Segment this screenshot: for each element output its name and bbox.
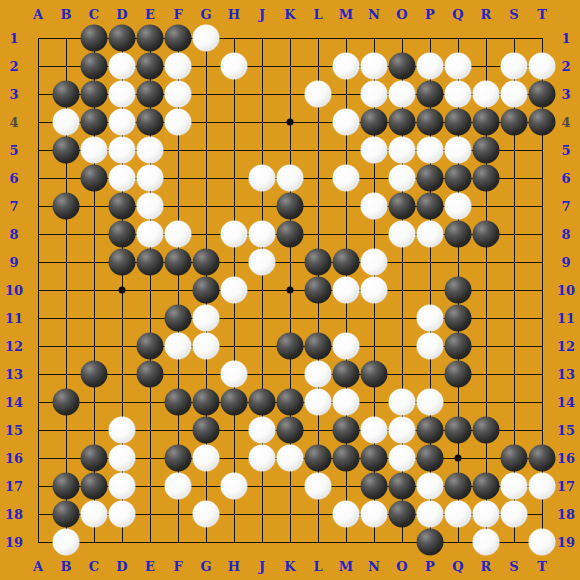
white-stone (417, 305, 444, 332)
black-stone (333, 361, 360, 388)
black-stone (333, 445, 360, 472)
black-stone (305, 445, 332, 472)
black-stone (137, 109, 164, 136)
white-stone (529, 473, 556, 500)
black-stone (473, 221, 500, 248)
black-stone (305, 333, 332, 360)
black-stone (137, 249, 164, 276)
white-stone (109, 165, 136, 192)
white-stone (361, 249, 388, 276)
row-label-left: 4 (9, 115, 18, 130)
black-stone (277, 193, 304, 220)
star-point (119, 287, 126, 294)
black-stone (445, 417, 472, 444)
white-stone (389, 389, 416, 416)
black-stone (137, 333, 164, 360)
white-stone (473, 529, 500, 556)
column-label-top: N (368, 7, 380, 22)
column-label-top: A (33, 7, 43, 22)
black-stone (53, 473, 80, 500)
white-stone (333, 333, 360, 360)
column-label-top: F (173, 7, 182, 22)
white-stone (445, 81, 472, 108)
row-label-right: 13 (557, 367, 575, 382)
black-stone (193, 277, 220, 304)
white-stone (165, 81, 192, 108)
black-stone (53, 389, 80, 416)
black-stone (277, 389, 304, 416)
white-stone (109, 501, 136, 528)
white-stone (333, 53, 360, 80)
column-label-bottom: E (145, 559, 155, 574)
white-stone (305, 361, 332, 388)
row-label-left: 3 (9, 87, 18, 102)
white-stone (165, 473, 192, 500)
black-stone (445, 361, 472, 388)
column-label-bottom: K (284, 559, 295, 574)
star-point (287, 119, 294, 126)
black-stone (445, 473, 472, 500)
white-stone (221, 221, 248, 248)
black-stone (81, 361, 108, 388)
column-label-bottom: F (173, 559, 182, 574)
black-stone (445, 165, 472, 192)
row-label-right: 4 (561, 115, 570, 130)
black-stone (81, 445, 108, 472)
black-stone (81, 25, 108, 52)
black-stone (81, 81, 108, 108)
white-stone (193, 305, 220, 332)
white-stone (417, 473, 444, 500)
black-stone (529, 81, 556, 108)
black-stone (305, 277, 332, 304)
white-stone (137, 221, 164, 248)
black-stone (165, 389, 192, 416)
black-stone (417, 193, 444, 220)
column-label-top: H (228, 7, 240, 22)
black-stone (81, 165, 108, 192)
white-stone (417, 501, 444, 528)
row-label-right: 11 (557, 311, 575, 326)
white-stone (137, 165, 164, 192)
white-stone (417, 137, 444, 164)
row-label-left: 19 (5, 535, 23, 550)
row-label-right: 5 (561, 143, 570, 158)
white-stone (361, 277, 388, 304)
row-label-right: 7 (561, 199, 570, 214)
black-stone (501, 109, 528, 136)
column-label-top: B (61, 7, 72, 22)
black-stone (389, 53, 416, 80)
row-label-right: 16 (557, 451, 575, 466)
black-stone (389, 473, 416, 500)
black-stone (445, 277, 472, 304)
row-label-left: 12 (5, 339, 23, 354)
white-stone (305, 81, 332, 108)
white-stone (389, 221, 416, 248)
column-label-top: L (313, 7, 322, 22)
black-stone (473, 137, 500, 164)
star-point (287, 287, 294, 294)
white-stone (165, 333, 192, 360)
white-stone (473, 501, 500, 528)
black-stone (529, 109, 556, 136)
column-label-bottom: M (339, 559, 353, 574)
column-label-bottom: C (89, 559, 99, 574)
column-label-top: E (145, 7, 155, 22)
black-stone (109, 193, 136, 220)
column-label-top: T (537, 7, 547, 22)
row-label-left: 13 (5, 367, 23, 382)
black-stone (277, 417, 304, 444)
white-stone (361, 137, 388, 164)
column-label-bottom: T (537, 559, 547, 574)
white-stone (81, 137, 108, 164)
white-stone (249, 417, 276, 444)
black-stone (109, 249, 136, 276)
black-stone (165, 305, 192, 332)
black-stone (109, 221, 136, 248)
column-label-bottom: A (33, 559, 43, 574)
white-stone (193, 445, 220, 472)
black-stone (417, 529, 444, 556)
black-stone (417, 165, 444, 192)
black-stone (53, 193, 80, 220)
column-label-top: P (425, 7, 435, 22)
white-stone (305, 473, 332, 500)
white-stone (333, 501, 360, 528)
row-label-left: 6 (9, 171, 18, 186)
black-stone (445, 305, 472, 332)
column-label-top: D (116, 7, 127, 22)
black-stone (417, 417, 444, 444)
row-label-right: 3 (561, 87, 570, 102)
black-stone (137, 361, 164, 388)
black-stone (389, 501, 416, 528)
black-stone (529, 445, 556, 472)
row-label-right: 2 (561, 59, 570, 74)
white-stone (109, 109, 136, 136)
white-stone (361, 193, 388, 220)
column-label-bottom: P (425, 559, 435, 574)
column-label-top: O (396, 7, 407, 22)
black-stone (417, 109, 444, 136)
row-label-right: 1 (561, 31, 570, 46)
column-label-bottom: H (228, 559, 240, 574)
row-label-right: 8 (561, 227, 570, 242)
white-stone (361, 417, 388, 444)
white-stone (445, 193, 472, 220)
black-stone (445, 221, 472, 248)
white-stone (277, 445, 304, 472)
white-stone (501, 81, 528, 108)
white-stone (501, 53, 528, 80)
black-stone (53, 137, 80, 164)
row-label-right: 12 (557, 339, 575, 354)
black-stone (53, 81, 80, 108)
white-stone (221, 361, 248, 388)
black-stone (81, 53, 108, 80)
white-stone (417, 221, 444, 248)
row-label-left: 14 (5, 395, 23, 410)
column-label-top: J (259, 7, 265, 22)
row-label-right: 18 (557, 507, 575, 522)
column-label-bottom: B (61, 559, 72, 574)
row-label-left: 10 (5, 283, 23, 298)
row-label-left: 8 (9, 227, 18, 242)
white-stone (53, 109, 80, 136)
row-label-right: 9 (561, 255, 570, 270)
black-stone (389, 109, 416, 136)
white-stone (389, 417, 416, 444)
row-label-right: 15 (557, 423, 575, 438)
white-stone (249, 249, 276, 276)
black-stone (221, 389, 248, 416)
row-label-left: 16 (5, 451, 23, 466)
white-stone (501, 501, 528, 528)
white-stone (333, 109, 360, 136)
white-stone (389, 445, 416, 472)
column-label-top: Q (452, 7, 463, 22)
row-label-right: 10 (557, 283, 575, 298)
black-stone (193, 389, 220, 416)
column-label-top: S (509, 7, 518, 22)
white-stone (417, 333, 444, 360)
white-stone (501, 473, 528, 500)
black-stone (165, 445, 192, 472)
black-stone (277, 333, 304, 360)
white-stone (193, 25, 220, 52)
white-stone (361, 501, 388, 528)
white-stone (445, 53, 472, 80)
white-stone (389, 137, 416, 164)
white-stone (53, 529, 80, 556)
black-stone (53, 501, 80, 528)
white-stone (305, 389, 332, 416)
white-stone (361, 81, 388, 108)
white-stone (249, 165, 276, 192)
white-stone (165, 221, 192, 248)
black-stone (333, 249, 360, 276)
white-stone (137, 137, 164, 164)
black-stone (277, 221, 304, 248)
black-stone (473, 165, 500, 192)
white-stone (137, 193, 164, 220)
white-stone (193, 333, 220, 360)
black-stone (361, 109, 388, 136)
white-stone (473, 81, 500, 108)
row-label-left: 17 (5, 479, 23, 494)
black-stone (361, 361, 388, 388)
black-stone (109, 25, 136, 52)
white-stone (109, 81, 136, 108)
white-stone (529, 529, 556, 556)
black-stone (417, 81, 444, 108)
column-label-bottom: D (116, 559, 127, 574)
black-stone (333, 417, 360, 444)
column-label-bottom: S (509, 559, 518, 574)
column-label-bottom: L (313, 559, 322, 574)
black-stone (361, 445, 388, 472)
column-label-top: R (481, 7, 492, 22)
white-stone (333, 165, 360, 192)
white-stone (109, 53, 136, 80)
row-label-left: 11 (5, 311, 23, 326)
black-stone (473, 109, 500, 136)
row-label-left: 18 (5, 507, 23, 522)
black-stone (81, 473, 108, 500)
white-stone (109, 417, 136, 444)
row-label-right: 14 (557, 395, 575, 410)
black-stone (445, 333, 472, 360)
white-stone (109, 445, 136, 472)
black-stone (137, 53, 164, 80)
white-stone (249, 221, 276, 248)
row-label-left: 15 (5, 423, 23, 438)
white-stone (277, 165, 304, 192)
white-stone (221, 53, 248, 80)
white-stone (221, 277, 248, 304)
black-stone (137, 81, 164, 108)
column-label-bottom: O (396, 559, 407, 574)
row-label-left: 2 (9, 59, 18, 74)
row-label-left: 7 (9, 199, 18, 214)
white-stone (193, 501, 220, 528)
white-stone (529, 53, 556, 80)
go-board[interactable]: AABBCCDDEEFFGGHHJJKKLLMMNNOOPPQQRRSSTT11… (0, 0, 580, 580)
white-stone (333, 389, 360, 416)
column-label-bottom: N (368, 559, 380, 574)
white-stone (417, 53, 444, 80)
black-stone (361, 473, 388, 500)
black-stone (417, 445, 444, 472)
black-stone (473, 417, 500, 444)
white-stone (165, 53, 192, 80)
black-stone (81, 109, 108, 136)
black-stone (389, 193, 416, 220)
black-stone (137, 25, 164, 52)
column-label-top: M (339, 7, 353, 22)
star-point (455, 455, 462, 462)
white-stone (249, 445, 276, 472)
white-stone (389, 81, 416, 108)
column-label-top: C (89, 7, 99, 22)
white-stone (361, 53, 388, 80)
white-stone (109, 137, 136, 164)
row-label-right: 17 (557, 479, 575, 494)
row-label-left: 9 (9, 255, 18, 270)
row-label-left: 1 (9, 31, 18, 46)
black-stone (249, 389, 276, 416)
column-label-bottom: R (481, 559, 492, 574)
black-stone (193, 249, 220, 276)
black-stone (445, 109, 472, 136)
black-stone (165, 249, 192, 276)
white-stone (221, 473, 248, 500)
column-label-top: G (200, 7, 211, 22)
black-stone (305, 249, 332, 276)
column-label-bottom: J (259, 559, 265, 574)
black-stone (193, 417, 220, 444)
black-stone (473, 473, 500, 500)
row-label-right: 6 (561, 171, 570, 186)
white-stone (165, 109, 192, 136)
white-stone (109, 473, 136, 500)
black-stone (165, 25, 192, 52)
white-stone (81, 501, 108, 528)
column-label-bottom: G (200, 559, 211, 574)
row-label-right: 19 (557, 535, 575, 550)
white-stone (445, 137, 472, 164)
row-label-left: 5 (9, 143, 18, 158)
column-label-bottom: Q (452, 559, 463, 574)
column-label-top: K (284, 7, 295, 22)
white-stone (417, 389, 444, 416)
black-stone (501, 445, 528, 472)
white-stone (333, 277, 360, 304)
white-stone (389, 165, 416, 192)
white-stone (445, 501, 472, 528)
